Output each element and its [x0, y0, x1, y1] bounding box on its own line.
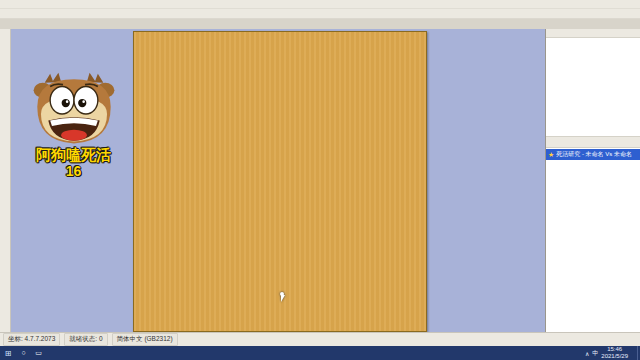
- node-label: 死活研究 - 未命名 Vs 未命名: [556, 150, 632, 159]
- clock-time: 15:46: [601, 346, 628, 353]
- video-caption: 阿狗嗑死活 16: [11, 146, 136, 179]
- tray-chevron-icon[interactable]: ∧: [585, 350, 589, 357]
- go-board[interactable]: [133, 31, 427, 332]
- node-star-icon: ★: [548, 151, 554, 159]
- status-bar: 坐标: 4.7.7.2073 就绪状态: 0 简体中文 (GB2312): [0, 332, 640, 346]
- app-window: 阿狗嗑死活 16 ★ 死活研究 - 未命名 Vs 未命名 坐标: 4.7.7.2…: [0, 0, 640, 360]
- status-encoding: 简体中文 (GB2312): [112, 333, 178, 346]
- panel-toolbar: [546, 136, 640, 148]
- panel-header: [546, 29, 640, 38]
- main-toolbar: [0, 9, 640, 19]
- windows-taskbar: ⊞ ○ ▭ ∧ 中 15:46 2021/5/29: [0, 346, 640, 360]
- game-tab-bar: [0, 19, 640, 29]
- status-coordinates: 坐标: 4.7.7.2073: [3, 333, 60, 346]
- board-grid: [134, 32, 428, 332]
- status-state: 就绪状态: 0: [64, 333, 107, 346]
- tree-selected-node[interactable]: ★ 死活研究 - 未命名 Vs 未命名: [546, 149, 640, 160]
- deer-mascot-logo: [28, 70, 120, 152]
- main-area: 阿狗嗑死活 16: [11, 29, 545, 332]
- ime-indicator[interactable]: 中: [592, 349, 598, 358]
- caption-line2: 16: [11, 163, 136, 179]
- caption-line1: 阿狗嗑死活: [11, 146, 136, 163]
- start-button[interactable]: ⊞: [0, 349, 16, 358]
- search-icon[interactable]: ○: [17, 347, 30, 359]
- menu-bar: [0, 0, 640, 9]
- taskbar-clock[interactable]: 15:46 2021/5/29: [601, 346, 628, 360]
- clock-date: 2021/5/29: [601, 353, 628, 360]
- mouse-cursor: [281, 295, 285, 302]
- left-tool-rail: [0, 29, 11, 332]
- task-view-icon[interactable]: ▭: [32, 347, 45, 359]
- analysis-panel: ★ 死活研究 - 未命名 Vs 未命名: [545, 29, 640, 332]
